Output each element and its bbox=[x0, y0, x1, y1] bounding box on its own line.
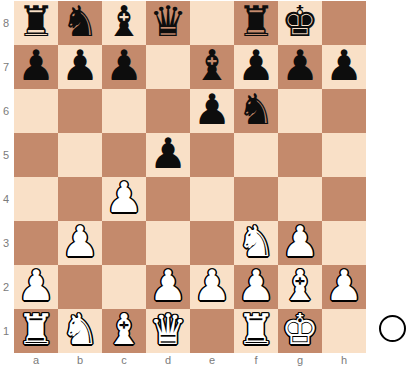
file-label-g: g bbox=[278, 353, 322, 369]
square-d6[interactable] bbox=[146, 89, 190, 133]
square-d1[interactable]: ♛ bbox=[146, 309, 190, 353]
piece-black-pawn[interactable]: ♟ bbox=[237, 44, 275, 88]
piece-white-pawn[interactable]: ♟ bbox=[193, 264, 231, 308]
piece-black-pawn[interactable]: ♟ bbox=[105, 44, 143, 88]
square-b2[interactable] bbox=[58, 265, 102, 309]
rank-label-5: 5 bbox=[0, 133, 12, 177]
piece-white-pawn[interactable]: ♟ bbox=[149, 264, 187, 308]
square-f7[interactable]: ♟ bbox=[234, 45, 278, 89]
square-e8[interactable] bbox=[190, 1, 234, 45]
piece-white-rook[interactable]: ♜ bbox=[17, 308, 55, 352]
square-a8[interactable]: ♜ bbox=[14, 1, 58, 45]
square-g2[interactable]: ♝ bbox=[278, 265, 322, 309]
square-b5[interactable] bbox=[58, 133, 102, 177]
square-h8[interactable] bbox=[322, 1, 366, 45]
square-h7[interactable]: ♟ bbox=[322, 45, 366, 89]
rank-label-8: 8 bbox=[0, 1, 12, 45]
square-a6[interactable] bbox=[14, 89, 58, 133]
square-e5[interactable] bbox=[190, 133, 234, 177]
turn-indicator-circle bbox=[379, 315, 406, 342]
square-d2[interactable]: ♟ bbox=[146, 265, 190, 309]
piece-black-rook[interactable]: ♜ bbox=[237, 0, 275, 44]
rank-label-4: 4 bbox=[0, 177, 12, 221]
rank-label-2: 2 bbox=[0, 265, 12, 309]
square-a2[interactable]: ♟ bbox=[14, 265, 58, 309]
piece-white-pawn[interactable]: ♟ bbox=[237, 264, 275, 308]
rank-label-3: 3 bbox=[0, 221, 12, 265]
square-g5[interactable] bbox=[278, 133, 322, 177]
square-f6[interactable]: ♞ bbox=[234, 89, 278, 133]
square-d8[interactable]: ♛ bbox=[146, 1, 190, 45]
square-d3[interactable] bbox=[146, 221, 190, 265]
rank-label-6: 6 bbox=[0, 89, 12, 133]
rank-label-7: 7 bbox=[0, 45, 12, 89]
file-label-h: h bbox=[322, 353, 366, 369]
piece-white-knight[interactable]: ♞ bbox=[61, 308, 99, 352]
square-c7[interactable]: ♟ bbox=[102, 45, 146, 89]
square-e7[interactable]: ♝ bbox=[190, 45, 234, 89]
square-e2[interactable]: ♟ bbox=[190, 265, 234, 309]
chess-board: ♜♞♝♛♜♚♟♟♟♝♟♟♟♟♞♟♟♟♞♟♟♟♟♟♝♟♜♞♝♛♜♚ bbox=[14, 1, 366, 353]
piece-white-bishop[interactable]: ♝ bbox=[281, 264, 319, 308]
square-c4[interactable]: ♟ bbox=[102, 177, 146, 221]
piece-black-king[interactable]: ♚ bbox=[281, 0, 319, 44]
square-c2[interactable] bbox=[102, 265, 146, 309]
square-f3[interactable]: ♞ bbox=[234, 221, 278, 265]
square-g3[interactable]: ♟ bbox=[278, 221, 322, 265]
square-h2[interactable]: ♟ bbox=[322, 265, 366, 309]
piece-black-pawn[interactable]: ♟ bbox=[61, 44, 99, 88]
piece-black-pawn[interactable]: ♟ bbox=[17, 44, 55, 88]
square-a1[interactable]: ♜ bbox=[14, 309, 58, 353]
square-c3[interactable] bbox=[102, 221, 146, 265]
square-g1[interactable]: ♚ bbox=[278, 309, 322, 353]
file-label-c: c bbox=[102, 353, 146, 369]
rank-label-1: 1 bbox=[0, 309, 12, 353]
piece-black-knight[interactable]: ♞ bbox=[237, 88, 275, 132]
square-b1[interactable]: ♞ bbox=[58, 309, 102, 353]
square-d5[interactable]: ♟ bbox=[146, 133, 190, 177]
square-f8[interactable]: ♜ bbox=[234, 1, 278, 45]
chess-board-panel: 87654321 ♜♞♝♛♜♚♟♟♟♝♟♟♟♟♞♟♟♟♞♟♟♟♟♟♝♟♜♞♝♛♜… bbox=[0, 0, 416, 369]
square-h1[interactable] bbox=[322, 309, 366, 353]
square-c6[interactable] bbox=[102, 89, 146, 133]
file-label-d: d bbox=[146, 353, 190, 369]
piece-black-pawn[interactable]: ♟ bbox=[193, 88, 231, 132]
square-c8[interactable]: ♝ bbox=[102, 1, 146, 45]
piece-black-bishop[interactable]: ♝ bbox=[193, 44, 231, 88]
piece-white-pawn[interactable]: ♟ bbox=[61, 220, 99, 264]
piece-black-knight[interactable]: ♞ bbox=[61, 0, 99, 44]
piece-white-rook[interactable]: ♜ bbox=[237, 308, 275, 352]
piece-black-pawn[interactable]: ♟ bbox=[149, 132, 187, 176]
square-a4[interactable] bbox=[14, 177, 58, 221]
square-b6[interactable] bbox=[58, 89, 102, 133]
square-d4[interactable] bbox=[146, 177, 190, 221]
square-c5[interactable] bbox=[102, 133, 146, 177]
file-label-e: e bbox=[190, 353, 234, 369]
square-e6[interactable]: ♟ bbox=[190, 89, 234, 133]
square-g4[interactable] bbox=[278, 177, 322, 221]
square-g8[interactable]: ♚ bbox=[278, 1, 322, 45]
piece-white-bishop[interactable]: ♝ bbox=[105, 308, 143, 352]
square-h5[interactable] bbox=[322, 133, 366, 177]
square-b8[interactable]: ♞ bbox=[58, 1, 102, 45]
square-h6[interactable] bbox=[322, 89, 366, 133]
square-f5[interactable] bbox=[234, 133, 278, 177]
piece-white-pawn[interactable]: ♟ bbox=[17, 264, 55, 308]
piece-black-pawn[interactable]: ♟ bbox=[281, 44, 319, 88]
piece-white-pawn[interactable]: ♟ bbox=[325, 264, 363, 308]
piece-white-king[interactable]: ♚ bbox=[281, 308, 319, 352]
square-g7[interactable]: ♟ bbox=[278, 45, 322, 89]
square-h3[interactable] bbox=[322, 221, 366, 265]
piece-black-pawn[interactable]: ♟ bbox=[325, 44, 363, 88]
square-b3[interactable]: ♟ bbox=[58, 221, 102, 265]
square-b7[interactable]: ♟ bbox=[58, 45, 102, 89]
square-c1[interactable]: ♝ bbox=[102, 309, 146, 353]
piece-white-queen[interactable]: ♛ bbox=[149, 308, 187, 352]
piece-white-pawn[interactable]: ♟ bbox=[281, 220, 319, 264]
piece-black-bishop[interactable]: ♝ bbox=[105, 0, 143, 44]
file-label-a: a bbox=[14, 353, 58, 369]
square-e1[interactable] bbox=[190, 309, 234, 353]
square-f4[interactable] bbox=[234, 177, 278, 221]
square-a5[interactable] bbox=[14, 133, 58, 177]
file-label-f: f bbox=[234, 353, 278, 369]
square-e4[interactable] bbox=[190, 177, 234, 221]
square-g6[interactable] bbox=[278, 89, 322, 133]
square-f2[interactable]: ♟ bbox=[234, 265, 278, 309]
piece-black-queen[interactable]: ♛ bbox=[149, 0, 187, 44]
square-a3[interactable] bbox=[14, 221, 58, 265]
piece-white-pawn[interactable]: ♟ bbox=[105, 176, 143, 220]
square-d7[interactable] bbox=[146, 45, 190, 89]
square-b4[interactable] bbox=[58, 177, 102, 221]
piece-white-knight[interactable]: ♞ bbox=[237, 220, 275, 264]
piece-black-rook[interactable]: ♜ bbox=[17, 0, 55, 44]
square-h4[interactable] bbox=[322, 177, 366, 221]
square-e3[interactable] bbox=[190, 221, 234, 265]
square-f1[interactable]: ♜ bbox=[234, 309, 278, 353]
square-a7[interactable]: ♟ bbox=[14, 45, 58, 89]
file-label-b: b bbox=[58, 353, 102, 369]
